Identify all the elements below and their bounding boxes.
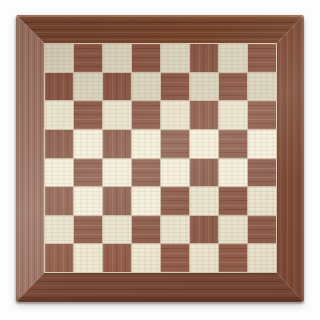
square-f6[interactable] [190, 101, 218, 129]
chess-board [16, 15, 304, 302]
square-e3[interactable] [161, 187, 189, 215]
square-c6[interactable] [103, 101, 131, 129]
square-g5[interactable] [219, 130, 247, 158]
square-a1[interactable] [45, 244, 73, 272]
square-d1[interactable] [132, 244, 160, 272]
square-h7[interactable] [248, 73, 276, 101]
square-c1[interactable] [103, 244, 131, 272]
square-h2[interactable] [248, 216, 276, 244]
square-d3[interactable] [132, 187, 160, 215]
square-b5[interactable] [74, 130, 102, 158]
square-c4[interactable] [103, 159, 131, 187]
square-e6[interactable] [161, 101, 189, 129]
square-f7[interactable] [190, 73, 218, 101]
square-c2[interactable] [103, 216, 131, 244]
square-e8[interactable] [161, 44, 189, 72]
square-c5[interactable] [103, 130, 131, 158]
board-frame-right [277, 15, 304, 302]
square-g7[interactable] [219, 73, 247, 101]
square-f1[interactable] [190, 244, 218, 272]
square-d6[interactable] [132, 101, 160, 129]
square-a6[interactable] [45, 101, 73, 129]
chess-board-grid [44, 43, 277, 273]
square-h8[interactable] [248, 44, 276, 72]
square-e2[interactable] [161, 216, 189, 244]
square-f8[interactable] [190, 44, 218, 72]
board-photo [0, 0, 320, 320]
square-e4[interactable] [161, 159, 189, 187]
square-c8[interactable] [103, 44, 131, 72]
square-h6[interactable] [248, 101, 276, 129]
square-g3[interactable] [219, 187, 247, 215]
square-a4[interactable] [45, 159, 73, 187]
square-b1[interactable] [74, 244, 102, 272]
square-f4[interactable] [190, 159, 218, 187]
square-e7[interactable] [161, 73, 189, 101]
square-a2[interactable] [45, 216, 73, 244]
square-b6[interactable] [74, 101, 102, 129]
board-frame-top [16, 15, 304, 43]
square-g4[interactable] [219, 159, 247, 187]
square-b3[interactable] [74, 187, 102, 215]
square-a5[interactable] [45, 130, 73, 158]
board-frame-bottom [16, 273, 304, 302]
square-f5[interactable] [190, 130, 218, 158]
square-a8[interactable] [45, 44, 73, 72]
board-frame-left [16, 15, 44, 302]
square-h5[interactable] [248, 130, 276, 158]
square-h4[interactable] [248, 159, 276, 187]
square-c3[interactable] [103, 187, 131, 215]
square-d8[interactable] [132, 44, 160, 72]
square-d5[interactable] [132, 130, 160, 158]
square-g2[interactable] [219, 216, 247, 244]
square-f2[interactable] [190, 216, 218, 244]
square-h1[interactable] [248, 244, 276, 272]
square-e5[interactable] [161, 130, 189, 158]
square-a3[interactable] [45, 187, 73, 215]
square-e1[interactable] [161, 244, 189, 272]
square-b7[interactable] [74, 73, 102, 101]
square-b4[interactable] [74, 159, 102, 187]
square-a7[interactable] [45, 73, 73, 101]
square-b8[interactable] [74, 44, 102, 72]
square-h3[interactable] [248, 187, 276, 215]
square-g6[interactable] [219, 101, 247, 129]
square-d4[interactable] [132, 159, 160, 187]
square-g1[interactable] [219, 244, 247, 272]
square-f3[interactable] [190, 187, 218, 215]
square-d7[interactable] [132, 73, 160, 101]
square-b2[interactable] [74, 216, 102, 244]
square-g8[interactable] [219, 44, 247, 72]
square-d2[interactable] [132, 216, 160, 244]
square-c7[interactable] [103, 73, 131, 101]
